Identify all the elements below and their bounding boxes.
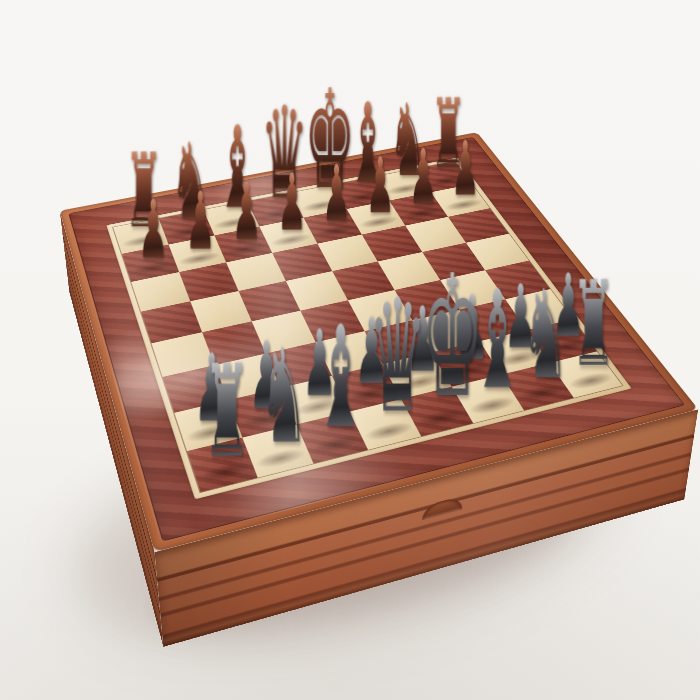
- piece-white-rook-h1[interactable]: ♜: [571, 267, 614, 384]
- pawn-icon: ♟: [277, 165, 306, 243]
- scene: ♜♞♝♛♚♝♞♜♟♟♟♟♟♟♟♟♟♟♟♟♟♟♟♟♜♞♝♛♚♝♞♜: [0, 0, 700, 700]
- pawn-icon: ♟: [322, 156, 351, 233]
- queen-icon: ♛: [368, 279, 427, 435]
- chess-box: ♜♞♝♛♚♝♞♜♟♟♟♟♟♟♟♟♟♟♟♟♟♟♟♟♜♞♝♛♚♝♞♜: [69, 209, 684, 647]
- piece-black-pawn-f7[interactable]: ♟: [362, 148, 399, 225]
- perspective-stage: ♜♞♝♛♚♝♞♜♟♟♟♟♟♟♟♟♟♟♟♟♟♟♟♟♜♞♝♛♚♝♞♜: [0, 0, 700, 700]
- piece-black-pawn-b7[interactable]: ♟: [181, 182, 219, 262]
- piece-white-king-e1[interactable]: ♚: [421, 254, 466, 422]
- piece-black-pawn-e7[interactable]: ♟: [318, 156, 355, 233]
- king-icon: ♚: [421, 254, 484, 422]
- knight-icon: ♞: [522, 273, 568, 396]
- piece-white-knight-g1[interactable]: ♞: [522, 273, 566, 396]
- knight-icon: ♞: [259, 332, 308, 462]
- piece-white-queen-d1[interactable]: ♛: [368, 279, 413, 435]
- pawn-icon: ♟: [409, 140, 438, 216]
- piece-black-pawn-d7[interactable]: ♟: [273, 165, 311, 243]
- rook-icon: ♜: [203, 349, 251, 476]
- piece-black-pawn-g7[interactable]: ♟: [405, 140, 442, 216]
- pawn-icon: ♟: [451, 132, 479, 207]
- pawn-icon: ♟: [185, 182, 215, 262]
- pawn-icon: ♟: [366, 148, 395, 225]
- piece-white-bishop-c1[interactable]: ♝: [314, 308, 360, 448]
- piece-white-rook-a1[interactable]: ♜: [203, 349, 250, 476]
- piece-black-pawn-a7[interactable]: ♟: [134, 191, 173, 271]
- pawn-icon: ♟: [138, 191, 168, 271]
- piece-black-pawn-h7[interactable]: ♟: [447, 132, 483, 207]
- piece-black-pawn-c7[interactable]: ♟: [228, 173, 266, 252]
- bishop-icon: ♝: [314, 308, 367, 448]
- rook-icon: ♜: [571, 267, 615, 384]
- box-lid-notch[interactable]: [422, 495, 463, 520]
- pawn-icon: ♟: [232, 173, 262, 252]
- piece-white-knight-b1[interactable]: ♞: [259, 332, 305, 462]
